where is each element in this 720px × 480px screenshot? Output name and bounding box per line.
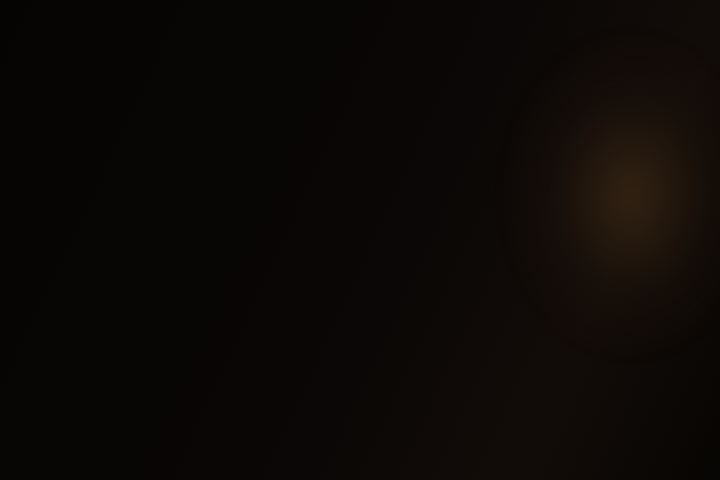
chess-set-photo-scene: ♜♟♟♜♞♟♟♞♝♟♟♝♛♟♟♛♚♟♟♚♝♟♟♝♞♟♟♞♜♟♟♜ (0, 0, 720, 480)
table-surface (0, 278, 720, 480)
